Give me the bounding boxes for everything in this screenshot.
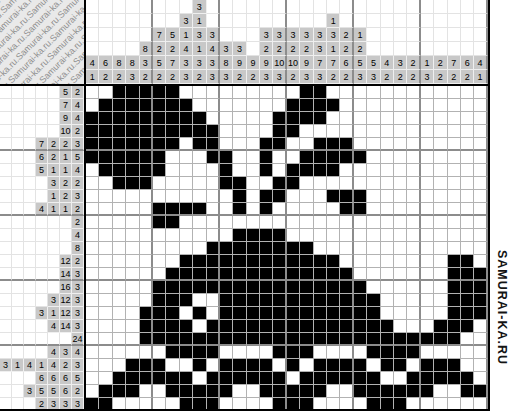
cell-r13-c21[interactable] <box>354 242 367 255</box>
cell-r1-c21[interactable] <box>354 86 367 99</box>
cell-r7-c20[interactable] <box>340 164 353 177</box>
cell-r23-c16[interactable] <box>287 372 300 385</box>
cell-r9-c12[interactable] <box>233 190 246 203</box>
cell-r20-c21[interactable] <box>354 333 367 346</box>
cell-r8-c2[interactable] <box>99 177 112 190</box>
cell-r19-c3[interactable] <box>113 320 126 333</box>
cell-r16-c27[interactable] <box>434 281 447 294</box>
cell-r5-c30[interactable] <box>474 138 487 151</box>
cell-r23-c4[interactable] <box>126 372 139 385</box>
cell-r20-c4[interactable] <box>126 333 139 346</box>
cell-r18-c26[interactable] <box>421 307 434 320</box>
cell-r1-c24[interactable] <box>394 86 407 99</box>
cell-r23-c9[interactable] <box>193 372 206 385</box>
cell-r13-c22[interactable] <box>367 242 380 255</box>
cell-r11-c20[interactable] <box>340 216 353 229</box>
cell-r3-c28[interactable] <box>448 112 461 125</box>
cell-r17-c19[interactable] <box>327 294 340 307</box>
cell-r6-c12[interactable] <box>233 151 246 164</box>
cell-r1-c20[interactable] <box>340 86 353 99</box>
cell-r1-c17[interactable] <box>300 86 313 99</box>
cell-r1-c5[interactable] <box>140 86 153 99</box>
cell-r12-c28[interactable] <box>448 229 461 242</box>
cell-r7-c9[interactable] <box>193 164 206 177</box>
cell-r11-c1[interactable] <box>86 216 99 229</box>
cell-r21-c17[interactable] <box>300 346 313 359</box>
cell-r7-c29[interactable] <box>461 164 474 177</box>
cell-r2-c12[interactable] <box>233 99 246 112</box>
cell-r17-c17[interactable] <box>300 294 313 307</box>
cell-r6-c3[interactable] <box>113 151 126 164</box>
cell-r6-c2[interactable] <box>99 151 112 164</box>
cell-r16-c15[interactable] <box>273 281 286 294</box>
cell-r14-c13[interactable] <box>247 255 260 268</box>
cell-r15-c30[interactable] <box>474 268 487 281</box>
cell-r10-c17[interactable] <box>300 203 313 216</box>
cell-r10-c1[interactable] <box>86 203 99 216</box>
cell-r14-c1[interactable] <box>86 255 99 268</box>
cell-r23-c30[interactable] <box>474 372 487 385</box>
cell-r16-c28[interactable] <box>448 281 461 294</box>
cell-r18-c13[interactable] <box>247 307 260 320</box>
cell-r3-c13[interactable] <box>247 112 260 125</box>
cell-r13-c8[interactable] <box>180 242 193 255</box>
cell-r11-c27[interactable] <box>434 216 447 229</box>
cell-r17-c5[interactable] <box>140 294 153 307</box>
cell-r13-c16[interactable] <box>287 242 300 255</box>
cell-r22-c9[interactable] <box>193 359 206 372</box>
cell-r13-c14[interactable] <box>260 242 273 255</box>
cell-r23-c5[interactable] <box>140 372 153 385</box>
cell-r22-c17[interactable] <box>300 359 313 372</box>
cell-r21-c26[interactable] <box>421 346 434 359</box>
cell-r17-c15[interactable] <box>273 294 286 307</box>
cell-r7-c6[interactable] <box>153 164 166 177</box>
cell-r4-c30[interactable] <box>474 125 487 138</box>
cell-r14-c6[interactable] <box>153 255 166 268</box>
cell-r15-c29[interactable] <box>461 268 474 281</box>
cell-r3-c9[interactable] <box>193 112 206 125</box>
cell-r19-c29[interactable] <box>461 320 474 333</box>
cell-r11-c12[interactable] <box>233 216 246 229</box>
cell-r11-c15[interactable] <box>273 216 286 229</box>
cell-r1-c29[interactable] <box>461 86 474 99</box>
cell-r24-c4[interactable] <box>126 385 139 398</box>
cell-r23-c19[interactable] <box>327 372 340 385</box>
cell-r7-c14[interactable] <box>260 164 273 177</box>
cell-r19-c5[interactable] <box>140 320 153 333</box>
cell-r22-c7[interactable] <box>166 359 179 372</box>
cell-r14-c16[interactable] <box>287 255 300 268</box>
cell-r5-c5[interactable] <box>140 138 153 151</box>
cell-r4-c21[interactable] <box>354 125 367 138</box>
cell-r11-c30[interactable] <box>474 216 487 229</box>
cell-r11-c24[interactable] <box>394 216 407 229</box>
cell-r18-c18[interactable] <box>314 307 327 320</box>
cell-r22-c8[interactable] <box>180 359 193 372</box>
cell-r7-c10[interactable] <box>207 164 220 177</box>
cell-r2-c24[interactable] <box>394 99 407 112</box>
cell-r10-c3[interactable] <box>113 203 126 216</box>
cell-r14-c24[interactable] <box>394 255 407 268</box>
cell-r15-c11[interactable] <box>220 268 233 281</box>
cell-r22-c26[interactable] <box>421 359 434 372</box>
cell-r15-c27[interactable] <box>434 268 447 281</box>
cell-r12-c4[interactable] <box>126 229 139 242</box>
cell-r8-c21[interactable] <box>354 177 367 190</box>
cell-r9-c19[interactable] <box>327 190 340 203</box>
cell-r18-c21[interactable] <box>354 307 367 320</box>
cell-r2-c26[interactable] <box>421 99 434 112</box>
cell-r14-c21[interactable] <box>354 255 367 268</box>
cell-r15-c15[interactable] <box>273 268 286 281</box>
cell-r4-c23[interactable] <box>381 125 394 138</box>
cell-r15-c20[interactable] <box>340 268 353 281</box>
cell-r6-c19[interactable] <box>327 151 340 164</box>
cell-r24-c17[interactable] <box>300 385 313 398</box>
cell-r11-c14[interactable] <box>260 216 273 229</box>
cell-r14-c29[interactable] <box>461 255 474 268</box>
cell-r21-c27[interactable] <box>434 346 447 359</box>
cell-r22-c1[interactable] <box>86 359 99 372</box>
cell-r12-c29[interactable] <box>461 229 474 242</box>
cell-r2-c22[interactable] <box>367 99 380 112</box>
cell-r17-c9[interactable] <box>193 294 206 307</box>
cell-r16-c20[interactable] <box>340 281 353 294</box>
cell-r10-c14[interactable] <box>260 203 273 216</box>
cell-r17-c18[interactable] <box>314 294 327 307</box>
cell-r6-c20[interactable] <box>340 151 353 164</box>
cell-r3-c24[interactable] <box>394 112 407 125</box>
cell-r1-c30[interactable] <box>474 86 487 99</box>
cell-r17-c10[interactable] <box>207 294 220 307</box>
cell-r18-c30[interactable] <box>474 307 487 320</box>
cell-r13-c4[interactable] <box>126 242 139 255</box>
cell-r9-c9[interactable] <box>193 190 206 203</box>
cell-r6-c26[interactable] <box>421 151 434 164</box>
cell-r16-c5[interactable] <box>140 281 153 294</box>
cell-r9-c13[interactable] <box>247 190 260 203</box>
cell-r10-c15[interactable] <box>273 203 286 216</box>
cell-r12-c19[interactable] <box>327 229 340 242</box>
cell-r8-c30[interactable] <box>474 177 487 190</box>
cell-r24-c22[interactable] <box>367 385 380 398</box>
cell-r1-c22[interactable] <box>367 86 380 99</box>
cell-r7-c7[interactable] <box>166 164 179 177</box>
cell-r5-c14[interactable] <box>260 138 273 151</box>
cell-r15-c24[interactable] <box>394 268 407 281</box>
cell-r10-c26[interactable] <box>421 203 434 216</box>
cell-r3-c12[interactable] <box>233 112 246 125</box>
cell-r12-c11[interactable] <box>220 229 233 242</box>
cell-r2-c15[interactable] <box>273 99 286 112</box>
cell-r6-c4[interactable] <box>126 151 139 164</box>
cell-r24-c20[interactable] <box>340 385 353 398</box>
cell-r21-c12[interactable] <box>233 346 246 359</box>
cell-r5-c29[interactable] <box>461 138 474 151</box>
cell-r17-c16[interactable] <box>287 294 300 307</box>
cell-r10-c4[interactable] <box>126 203 139 216</box>
cell-r13-c10[interactable] <box>207 242 220 255</box>
cell-r20-c2[interactable] <box>99 333 112 346</box>
cell-r5-c15[interactable] <box>273 138 286 151</box>
cell-r8-c26[interactable] <box>421 177 434 190</box>
cell-r8-c19[interactable] <box>327 177 340 190</box>
cell-r10-c9[interactable] <box>193 203 206 216</box>
cell-r2-c11[interactable] <box>220 99 233 112</box>
cell-r13-c19[interactable] <box>327 242 340 255</box>
cell-r20-c28[interactable] <box>448 333 461 346</box>
cell-r6-c22[interactable] <box>367 151 380 164</box>
cell-r4-c3[interactable] <box>113 125 126 138</box>
cell-r17-c30[interactable] <box>474 294 487 307</box>
cell-r3-c15[interactable] <box>273 112 286 125</box>
cell-r7-c2[interactable] <box>99 164 112 177</box>
cell-r22-c23[interactable] <box>381 359 394 372</box>
cell-r15-c4[interactable] <box>126 268 139 281</box>
cell-r3-c16[interactable] <box>287 112 300 125</box>
cell-r16-c25[interactable] <box>407 281 420 294</box>
cell-r4-c26[interactable] <box>421 125 434 138</box>
cell-r20-c8[interactable] <box>180 333 193 346</box>
cell-r14-c5[interactable] <box>140 255 153 268</box>
cell-r10-c30[interactable] <box>474 203 487 216</box>
cell-r3-c20[interactable] <box>340 112 353 125</box>
cell-r12-c1[interactable] <box>86 229 99 242</box>
cell-r17-c1[interactable] <box>86 294 99 307</box>
cell-r2-c10[interactable] <box>207 99 220 112</box>
cell-r23-c13[interactable] <box>247 372 260 385</box>
cell-r12-c18[interactable] <box>314 229 327 242</box>
cell-r5-c20[interactable] <box>340 138 353 151</box>
cell-r17-c4[interactable] <box>126 294 139 307</box>
cell-r15-c7[interactable] <box>166 268 179 281</box>
cell-r16-c3[interactable] <box>113 281 126 294</box>
cell-r4-c27[interactable] <box>434 125 447 138</box>
cell-r19-c25[interactable] <box>407 320 420 333</box>
cell-r19-c14[interactable] <box>260 320 273 333</box>
cell-r18-c8[interactable] <box>180 307 193 320</box>
cell-r17-c3[interactable] <box>113 294 126 307</box>
cell-r24-c3[interactable] <box>113 385 126 398</box>
cell-r8-c11[interactable] <box>220 177 233 190</box>
cell-r17-c23[interactable] <box>381 294 394 307</box>
cell-r10-c11[interactable] <box>220 203 233 216</box>
cell-r6-c23[interactable] <box>381 151 394 164</box>
cell-r9-c27[interactable] <box>434 190 447 203</box>
cell-r7-c16[interactable] <box>287 164 300 177</box>
cell-r9-c5[interactable] <box>140 190 153 203</box>
cell-r11-c6[interactable] <box>153 216 166 229</box>
cell-r21-c6[interactable] <box>153 346 166 359</box>
cell-r14-c10[interactable] <box>207 255 220 268</box>
cell-r2-c18[interactable] <box>314 99 327 112</box>
cell-r14-c8[interactable] <box>180 255 193 268</box>
cell-r15-c3[interactable] <box>113 268 126 281</box>
cell-r19-c27[interactable] <box>434 320 447 333</box>
cell-r23-c29[interactable] <box>461 372 474 385</box>
cell-r20-c12[interactable] <box>233 333 246 346</box>
cell-r12-c22[interactable] <box>367 229 380 242</box>
cell-r9-c29[interactable] <box>461 190 474 203</box>
cell-r24-c19[interactable] <box>327 385 340 398</box>
cell-r9-c15[interactable] <box>273 190 286 203</box>
cell-r18-c3[interactable] <box>113 307 126 320</box>
cell-r24-c14[interactable] <box>260 385 273 398</box>
cell-r10-c18[interactable] <box>314 203 327 216</box>
cell-r9-c30[interactable] <box>474 190 487 203</box>
cell-r10-c7[interactable] <box>166 203 179 216</box>
cell-r18-c1[interactable] <box>86 307 99 320</box>
cell-r8-c29[interactable] <box>461 177 474 190</box>
cell-r2-c29[interactable] <box>461 99 474 112</box>
cell-r8-c9[interactable] <box>193 177 206 190</box>
cell-r8-c4[interactable] <box>126 177 139 190</box>
cell-r1-c9[interactable] <box>193 86 206 99</box>
cell-r5-c3[interactable] <box>113 138 126 151</box>
cell-r12-c7[interactable] <box>166 229 179 242</box>
cell-r22-c29[interactable] <box>461 359 474 372</box>
cell-r15-c12[interactable] <box>233 268 246 281</box>
cell-r18-c6[interactable] <box>153 307 166 320</box>
cell-r5-c1[interactable] <box>86 138 99 151</box>
cell-r4-c17[interactable] <box>300 125 313 138</box>
cell-r21-c10[interactable] <box>207 346 220 359</box>
cell-r24-c9[interactable] <box>193 385 206 398</box>
cell-r20-c15[interactable] <box>273 333 286 346</box>
cell-r24-c26[interactable] <box>421 385 434 398</box>
cell-r18-c15[interactable] <box>273 307 286 320</box>
cell-r23-c12[interactable] <box>233 372 246 385</box>
cell-r3-c30[interactable] <box>474 112 487 125</box>
cell-r1-c23[interactable] <box>381 86 394 99</box>
cell-r21-c11[interactable] <box>220 346 233 359</box>
cell-r22-c6[interactable] <box>153 359 166 372</box>
cell-r23-c20[interactable] <box>340 372 353 385</box>
cell-r23-c10[interactable] <box>207 372 220 385</box>
cell-r17-c6[interactable] <box>153 294 166 307</box>
cell-r15-c8[interactable] <box>180 268 193 281</box>
cell-r12-c9[interactable] <box>193 229 206 242</box>
cell-r8-c24[interactable] <box>394 177 407 190</box>
cell-r5-c28[interactable] <box>448 138 461 151</box>
cell-r16-c21[interactable] <box>354 281 367 294</box>
cell-r22-c28[interactable] <box>448 359 461 372</box>
cell-r6-c13[interactable] <box>247 151 260 164</box>
cell-r7-c11[interactable] <box>220 164 233 177</box>
cell-r4-c15[interactable] <box>273 125 286 138</box>
cell-r12-c2[interactable] <box>99 229 112 242</box>
cell-r17-c24[interactable] <box>394 294 407 307</box>
cell-r3-c10[interactable] <box>207 112 220 125</box>
cell-r2-c3[interactable] <box>113 99 126 112</box>
cell-r15-c18[interactable] <box>314 268 327 281</box>
cell-r5-c23[interactable] <box>381 138 394 151</box>
cell-r1-c11[interactable] <box>220 86 233 99</box>
cell-r8-c15[interactable] <box>273 177 286 190</box>
cell-r20-c6[interactable] <box>153 333 166 346</box>
cell-r13-c26[interactable] <box>421 242 434 255</box>
cell-r10-c10[interactable] <box>207 203 220 216</box>
cell-r22-c30[interactable] <box>474 359 487 372</box>
cell-r23-c18[interactable] <box>314 372 327 385</box>
cell-r13-c23[interactable] <box>381 242 394 255</box>
cell-r4-c10[interactable] <box>207 125 220 138</box>
cell-r1-c3[interactable] <box>113 86 126 99</box>
cell-r7-c18[interactable] <box>314 164 327 177</box>
cell-r1-c8[interactable] <box>180 86 193 99</box>
cell-r19-c28[interactable] <box>448 320 461 333</box>
cell-r12-c17[interactable] <box>300 229 313 242</box>
cell-r4-c12[interactable] <box>233 125 246 138</box>
cell-r21-c20[interactable] <box>340 346 353 359</box>
cell-r14-c27[interactable] <box>434 255 447 268</box>
cell-r2-c21[interactable] <box>354 99 367 112</box>
cell-r16-c6[interactable] <box>153 281 166 294</box>
cell-r13-c5[interactable] <box>140 242 153 255</box>
cell-r5-c17[interactable] <box>300 138 313 151</box>
cell-r15-c14[interactable] <box>260 268 273 281</box>
cell-r1-c18[interactable] <box>314 86 327 99</box>
cell-r9-c22[interactable] <box>367 190 380 203</box>
cell-r16-c24[interactable] <box>394 281 407 294</box>
cell-r19-c17[interactable] <box>300 320 313 333</box>
cell-r10-c21[interactable] <box>354 203 367 216</box>
cell-r12-c23[interactable] <box>381 229 394 242</box>
cell-r4-c7[interactable] <box>166 125 179 138</box>
cell-r22-c11[interactable] <box>220 359 233 372</box>
cell-r18-c20[interactable] <box>340 307 353 320</box>
cell-r22-c12[interactable] <box>233 359 246 372</box>
cell-r6-c11[interactable] <box>220 151 233 164</box>
cell-r9-c8[interactable] <box>180 190 193 203</box>
cell-r13-c13[interactable] <box>247 242 260 255</box>
cell-r21-c23[interactable] <box>381 346 394 359</box>
cell-r14-c7[interactable] <box>166 255 179 268</box>
cell-r14-c30[interactable] <box>474 255 487 268</box>
cell-r1-c6[interactable] <box>153 86 166 99</box>
cell-r18-c29[interactable] <box>461 307 474 320</box>
cell-r20-c1[interactable] <box>86 333 99 346</box>
cell-r9-c28[interactable] <box>448 190 461 203</box>
cell-r6-c18[interactable] <box>314 151 327 164</box>
cell-r1-c7[interactable] <box>166 86 179 99</box>
cell-r19-c21[interactable] <box>354 320 367 333</box>
cell-r19-c19[interactable] <box>327 320 340 333</box>
cell-r24-c12[interactable] <box>233 385 246 398</box>
cell-r13-c29[interactable] <box>461 242 474 255</box>
cell-r16-c2[interactable] <box>99 281 112 294</box>
cell-r4-c18[interactable] <box>314 125 327 138</box>
cell-r14-c14[interactable] <box>260 255 273 268</box>
cell-r9-c17[interactable] <box>300 190 313 203</box>
cell-r1-c13[interactable] <box>247 86 260 99</box>
cell-r22-c25[interactable] <box>407 359 420 372</box>
cell-r17-c2[interactable] <box>99 294 112 307</box>
cell-r19-c6[interactable] <box>153 320 166 333</box>
cell-r5-c12[interactable] <box>233 138 246 151</box>
cell-r9-c1[interactable] <box>86 190 99 203</box>
cell-r14-c18[interactable] <box>314 255 327 268</box>
cell-r10-c25[interactable] <box>407 203 420 216</box>
cell-r6-c14[interactable] <box>260 151 273 164</box>
cell-r21-c22[interactable] <box>367 346 380 359</box>
cell-r12-c10[interactable] <box>207 229 220 242</box>
cell-r5-c9[interactable] <box>193 138 206 151</box>
cell-r20-c19[interactable] <box>327 333 340 346</box>
cell-r9-c11[interactable] <box>220 190 233 203</box>
cell-r13-c3[interactable] <box>113 242 126 255</box>
